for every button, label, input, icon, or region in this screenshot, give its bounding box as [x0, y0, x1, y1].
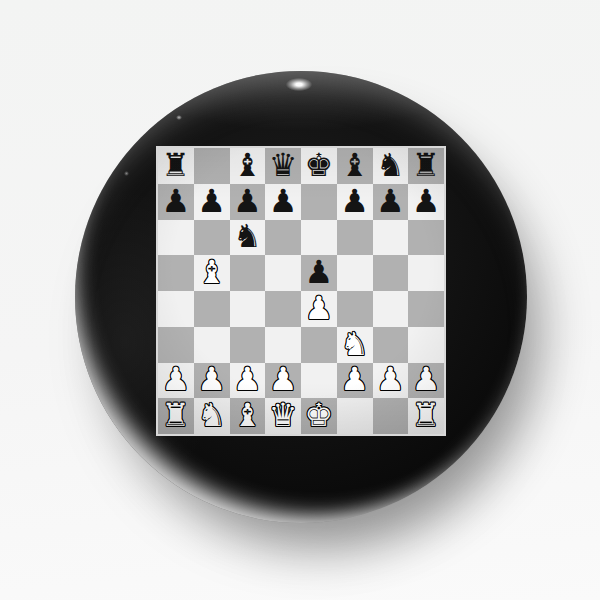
piece-white-knight: ♞	[340, 328, 369, 360]
square-g1	[373, 398, 409, 434]
piece-white-rook: ♜	[162, 399, 191, 431]
piece-black-pawn: ♟	[376, 185, 405, 217]
square-b5: ♝	[194, 255, 230, 291]
piece-black-rook: ♜	[412, 149, 441, 181]
piece-white-pawn: ♟	[340, 363, 369, 395]
square-f1	[337, 398, 373, 434]
piece-black-queen: ♛	[269, 149, 298, 181]
piece-white-pawn: ♟	[376, 363, 405, 395]
piece-white-bishop: ♝	[197, 256, 226, 288]
piece-black-king: ♚	[305, 149, 334, 181]
square-g6	[373, 220, 409, 256]
square-a3	[158, 327, 194, 363]
square-e6	[301, 220, 337, 256]
square-b2: ♟	[194, 363, 230, 399]
piece-white-pawn: ♟	[197, 363, 226, 395]
rim-glint	[176, 115, 182, 120]
square-d4	[265, 291, 301, 327]
specular-highlight	[282, 76, 316, 93]
piece-black-pawn: ♟	[197, 185, 226, 217]
square-e7	[301, 184, 337, 220]
square-c1: ♝	[230, 398, 266, 434]
square-e1: ♚	[301, 398, 337, 434]
square-b1: ♞	[194, 398, 230, 434]
square-a8: ♜	[158, 148, 194, 184]
rim-glint	[124, 171, 129, 176]
square-f4	[337, 291, 373, 327]
piece-black-rook: ♜	[162, 149, 191, 181]
square-f7: ♟	[337, 184, 373, 220]
square-b4	[194, 291, 230, 327]
square-h1: ♜	[408, 398, 444, 434]
square-a2: ♟	[158, 363, 194, 399]
square-d2: ♟	[265, 363, 301, 399]
piece-white-knight: ♞	[197, 399, 226, 431]
piece-black-pawn: ♟	[340, 185, 369, 217]
piece-white-bishop: ♝	[233, 399, 262, 431]
square-g7: ♟	[373, 184, 409, 220]
square-h3	[408, 327, 444, 363]
square-g8: ♞	[373, 148, 409, 184]
square-f8: ♝	[337, 148, 373, 184]
square-h7: ♟	[408, 184, 444, 220]
square-h5	[408, 255, 444, 291]
square-e4: ♟	[301, 291, 337, 327]
piece-black-bishop: ♝	[233, 149, 262, 181]
pin-button: ♜♝♛♚♝♞♜♟♟♟♟♟♟♟♞♝♟♟♞♟♟♟♟♟♟♟♜♞♝♛♚♜	[75, 71, 527, 523]
square-h4	[408, 291, 444, 327]
product-photo-background: ♜♝♛♚♝♞♜♟♟♟♟♟♟♟♞♝♟♟♞♟♟♟♟♟♟♟♜♞♝♛♚♜	[0, 0, 600, 600]
square-c7: ♟	[230, 184, 266, 220]
square-b7: ♟	[194, 184, 230, 220]
square-e8: ♚	[301, 148, 337, 184]
square-d5	[265, 255, 301, 291]
square-f5	[337, 255, 373, 291]
chess-board: ♜♝♛♚♝♞♜♟♟♟♟♟♟♟♞♝♟♟♞♟♟♟♟♟♟♟♜♞♝♛♚♜	[156, 146, 446, 436]
piece-black-pawn: ♟	[412, 185, 441, 217]
piece-white-pawn: ♟	[233, 363, 262, 395]
piece-white-queen: ♛	[269, 399, 298, 431]
square-d3	[265, 327, 301, 363]
square-c6: ♞	[230, 220, 266, 256]
square-a5	[158, 255, 194, 291]
square-d8: ♛	[265, 148, 301, 184]
piece-black-knight: ♞	[233, 220, 262, 252]
square-c3	[230, 327, 266, 363]
square-a1: ♜	[158, 398, 194, 434]
square-c4	[230, 291, 266, 327]
square-d6	[265, 220, 301, 256]
square-b8	[194, 148, 230, 184]
square-f6	[337, 220, 373, 256]
piece-black-bishop: ♝	[340, 149, 369, 181]
piece-white-king: ♚	[305, 399, 334, 431]
square-e3	[301, 327, 337, 363]
square-a6	[158, 220, 194, 256]
square-f2: ♟	[337, 363, 373, 399]
square-a4	[158, 291, 194, 327]
piece-white-rook: ♜	[412, 399, 441, 431]
square-c2: ♟	[230, 363, 266, 399]
piece-black-pawn: ♟	[305, 256, 334, 288]
square-e2	[301, 363, 337, 399]
square-d1: ♛	[265, 398, 301, 434]
piece-white-pawn: ♟	[269, 363, 298, 395]
square-g2: ♟	[373, 363, 409, 399]
piece-black-pawn: ♟	[233, 185, 262, 217]
square-h2: ♟	[408, 363, 444, 399]
square-d7: ♟	[265, 184, 301, 220]
square-g5	[373, 255, 409, 291]
square-g4	[373, 291, 409, 327]
square-a7: ♟	[158, 184, 194, 220]
square-g3	[373, 327, 409, 363]
piece-white-pawn: ♟	[162, 363, 191, 395]
square-h8: ♜	[408, 148, 444, 184]
square-h6	[408, 220, 444, 256]
piece-black-pawn: ♟	[162, 185, 191, 217]
square-f3: ♞	[337, 327, 373, 363]
square-c5	[230, 255, 266, 291]
piece-black-pawn: ♟	[269, 185, 298, 217]
piece-black-knight: ♞	[376, 149, 405, 181]
piece-white-pawn: ♟	[305, 292, 334, 324]
square-e5: ♟	[301, 255, 337, 291]
piece-white-pawn: ♟	[412, 363, 441, 395]
square-b6	[194, 220, 230, 256]
square-b3	[194, 327, 230, 363]
square-c8: ♝	[230, 148, 266, 184]
